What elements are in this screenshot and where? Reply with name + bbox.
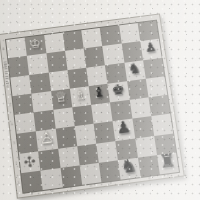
file-label-b: b: [51, 188, 54, 193]
square-a2: ✣: [19, 151, 41, 173]
black-knight-piece: ♞: [127, 61, 141, 76]
black-bishop-piece: ♝: [92, 85, 106, 100]
file-label-a: a: [31, 191, 34, 196]
square-d5: ♗: [70, 86, 92, 107]
rank-label-2: 2: [15, 160, 18, 165]
file-label-d: d: [90, 183, 93, 188]
board-grid: ♔♟♞♕♗♝♚♙♟✣♞♜: [5, 20, 180, 194]
square-c3: [55, 126, 77, 148]
square-c2: [58, 146, 80, 168]
square-a3: [17, 132, 39, 154]
square-e4: [91, 102, 113, 124]
rank-label-1: 1: [17, 180, 20, 185]
square-e2: [96, 141, 118, 163]
file-label-f: f: [129, 178, 131, 183]
square-d3: [74, 124, 96, 146]
file-label-g: g: [147, 175, 150, 180]
square-h4: [148, 95, 170, 116]
white-king-piece: ♔: [29, 37, 42, 51]
black-pawn-piece: ♟: [115, 119, 132, 137]
file-label-h: h: [167, 172, 170, 177]
black-knight-piece: ♞: [119, 156, 138, 176]
white-queen-piece: ♕: [54, 89, 68, 104]
chess-board: ♔♟♞♕♗♝♚♙♟✣♞♜ abcdefgh 87654321: [0, 13, 185, 198]
black-king-piece: ♚: [111, 82, 125, 97]
file-label-e: e: [109, 180, 112, 185]
rank-label-8: 8: [2, 46, 5, 51]
file-label-c: c: [70, 185, 73, 190]
square-e3: [94, 121, 116, 143]
square-h3: [151, 114, 173, 136]
square-d2: [77, 143, 99, 165]
black-rook-piece: ♜: [158, 151, 177, 171]
rank-label-4: 4: [11, 122, 14, 127]
white-pawn-piece: ♙: [38, 129, 54, 147]
square-b2: [38, 148, 60, 170]
square-f5: ♚: [108, 81, 130, 102]
black-pawn-piece: ♟: [144, 41, 157, 55]
square-c4: [53, 107, 75, 129]
square-c5: ♕: [51, 88, 72, 109]
square-e5: ♝: [89, 83, 111, 104]
square-a4: [15, 112, 36, 134]
square-d4: [72, 105, 94, 127]
white-bishop-piece: ♗: [73, 87, 87, 102]
square-b3: ♙: [36, 129, 58, 151]
rank-label-5: 5: [9, 102, 12, 107]
rank-label-3: 3: [13, 141, 16, 146]
square-f3: ♟: [113, 119, 135, 141]
square-a5: [12, 93, 33, 114]
square-h5: [146, 76, 168, 97]
square-h6: [143, 57, 165, 78]
board-corner-emblem: ✣: [19, 151, 41, 173]
square-b5: [32, 91, 53, 112]
